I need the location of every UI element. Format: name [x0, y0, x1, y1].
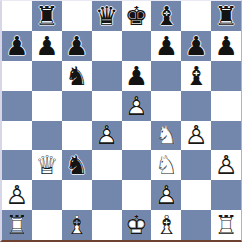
white-pawn-fill: ♟ — [181, 121, 211, 151]
piece-white-pawn: ♙ — [211, 150, 241, 180]
piece-black-pawn: ♟ — [2, 31, 32, 61]
piece-white-pawn: ♙ — [2, 180, 32, 210]
square-g6[interactable]: ♝ — [181, 61, 211, 91]
piece-white-pawn: ♙ — [122, 91, 152, 121]
piece-white-pawn: ♙ — [92, 121, 122, 151]
square-c2[interactable] — [62, 180, 92, 210]
square-d2[interactable] — [92, 180, 122, 210]
square-c8[interactable] — [62, 1, 92, 31]
square-a4[interactable] — [2, 121, 32, 151]
white-king-fill: ♚ — [122, 210, 152, 240]
square-g3[interactable] — [181, 150, 211, 180]
square-h8[interactable]: ♜ — [211, 1, 241, 31]
square-h6[interactable] — [211, 61, 241, 91]
square-d6[interactable] — [92, 61, 122, 91]
piece-black-bishop: ♝ — [151, 1, 181, 31]
square-f3[interactable]: ♞♘ — [151, 150, 181, 180]
piece-black-knight: ♞ — [62, 61, 92, 91]
square-f6[interactable] — [151, 61, 181, 91]
square-f2[interactable]: ♟♙ — [151, 180, 181, 210]
piece-black-pawn: ♟ — [32, 31, 62, 61]
white-rook-fill: ♜ — [211, 210, 241, 240]
square-f8[interactable]: ♝ — [151, 1, 181, 31]
piece-black-rook: ♜ — [32, 1, 62, 31]
white-knight-fill: ♞ — [151, 150, 181, 180]
piece-black-pawn: ♟ — [181, 31, 211, 61]
white-pawn-fill: ♟ — [92, 121, 122, 151]
square-e5[interactable]: ♟♙ — [122, 91, 152, 121]
square-f4[interactable]: ♞♘ — [151, 121, 181, 151]
square-d1[interactable] — [92, 210, 122, 240]
square-h4[interactable] — [211, 121, 241, 151]
square-c4[interactable] — [62, 121, 92, 151]
white-queen-fill: ♛ — [32, 150, 62, 180]
square-d7[interactable] — [92, 31, 122, 61]
piece-black-king: ♚ — [122, 1, 152, 31]
square-b6[interactable] — [32, 61, 62, 91]
chess-board: ♜♛♚♝♜♟♟♟♟♟♟♞♟♝♟♙♟♙♞♘♟♙♛♕♞♞♘♟♙♟♙♟♙♜♖♝♗♚♔♝… — [0, 0, 242, 242]
white-bishop-fill: ♝ — [62, 210, 92, 240]
square-a5[interactable] — [2, 91, 32, 121]
square-h5[interactable] — [211, 91, 241, 121]
square-a7[interactable]: ♟ — [2, 31, 32, 61]
piece-black-pawn: ♟ — [122, 61, 152, 91]
piece-black-pawn: ♟ — [211, 31, 241, 61]
piece-white-bishop: ♗ — [151, 210, 181, 240]
square-f5[interactable] — [151, 91, 181, 121]
square-c7[interactable]: ♟ — [62, 31, 92, 61]
piece-white-king: ♔ — [122, 210, 152, 240]
piece-white-rook: ♖ — [211, 210, 241, 240]
square-b5[interactable] — [32, 91, 62, 121]
square-g2[interactable] — [181, 180, 211, 210]
piece-black-rook: ♜ — [211, 1, 241, 31]
square-g7[interactable]: ♟ — [181, 31, 211, 61]
piece-black-pawn: ♟ — [62, 31, 92, 61]
square-f7[interactable]: ♟ — [151, 31, 181, 61]
white-pawn-fill: ♟ — [211, 150, 241, 180]
piece-white-queen: ♕ — [32, 150, 62, 180]
piece-white-bishop: ♗ — [62, 210, 92, 240]
piece-black-bishop: ♝ — [181, 61, 211, 91]
square-c3[interactable]: ♞ — [62, 150, 92, 180]
square-e2[interactable] — [122, 180, 152, 210]
square-f1[interactable]: ♝♗ — [151, 210, 181, 240]
square-h1[interactable]: ♜♖ — [211, 210, 241, 240]
square-e4[interactable] — [122, 121, 152, 151]
chess-app: ♜♛♚♝♜♟♟♟♟♟♟♞♟♝♟♙♟♙♞♘♟♙♛♕♞♞♘♟♙♟♙♟♙♜♖♝♗♚♔♝… — [0, 0, 242, 242]
square-b8[interactable]: ♜ — [32, 1, 62, 31]
white-bishop-fill: ♝ — [151, 210, 181, 240]
white-pawn-fill: ♟ — [2, 180, 32, 210]
square-b3[interactable]: ♛♕ — [32, 150, 62, 180]
square-g8[interactable] — [181, 1, 211, 31]
piece-black-pawn: ♟ — [151, 31, 181, 61]
square-d4[interactable]: ♟♙ — [92, 121, 122, 151]
square-d3[interactable] — [92, 150, 122, 180]
piece-white-knight: ♘ — [151, 121, 181, 151]
square-a1[interactable]: ♜♖ — [2, 210, 32, 240]
square-a2[interactable]: ♟♙ — [2, 180, 32, 210]
square-a3[interactable] — [2, 150, 32, 180]
square-e8[interactable]: ♚ — [122, 1, 152, 31]
square-c6[interactable]: ♞ — [62, 61, 92, 91]
square-b4[interactable] — [32, 121, 62, 151]
square-e3[interactable] — [122, 150, 152, 180]
square-e6[interactable]: ♟ — [122, 61, 152, 91]
square-e7[interactable] — [122, 31, 152, 61]
square-c5[interactable] — [62, 91, 92, 121]
square-c1[interactable]: ♝♗ — [62, 210, 92, 240]
square-a6[interactable] — [2, 61, 32, 91]
piece-white-knight: ♘ — [151, 150, 181, 180]
square-b2[interactable] — [32, 180, 62, 210]
square-g5[interactable] — [181, 91, 211, 121]
square-d8[interactable]: ♛ — [92, 1, 122, 31]
piece-white-pawn: ♙ — [181, 121, 211, 151]
square-b1[interactable] — [32, 210, 62, 240]
square-g4[interactable]: ♟♙ — [181, 121, 211, 151]
piece-black-knight: ♞ — [62, 150, 92, 180]
piece-white-rook: ♖ — [2, 210, 32, 240]
white-pawn-fill: ♟ — [122, 91, 152, 121]
square-e1[interactable]: ♚♔ — [122, 210, 152, 240]
square-d5[interactable] — [92, 91, 122, 121]
square-a8[interactable] — [2, 1, 32, 31]
piece-black-queen: ♛ — [92, 1, 122, 31]
square-g1[interactable] — [181, 210, 211, 240]
white-pawn-fill: ♟ — [151, 180, 181, 210]
square-h3[interactable]: ♟♙ — [211, 150, 241, 180]
square-b7[interactable]: ♟ — [32, 31, 62, 61]
square-h2[interactable] — [211, 180, 241, 210]
square-h7[interactable]: ♟ — [211, 31, 241, 61]
white-knight-fill: ♞ — [151, 121, 181, 151]
piece-white-pawn: ♙ — [151, 180, 181, 210]
white-rook-fill: ♜ — [2, 210, 32, 240]
